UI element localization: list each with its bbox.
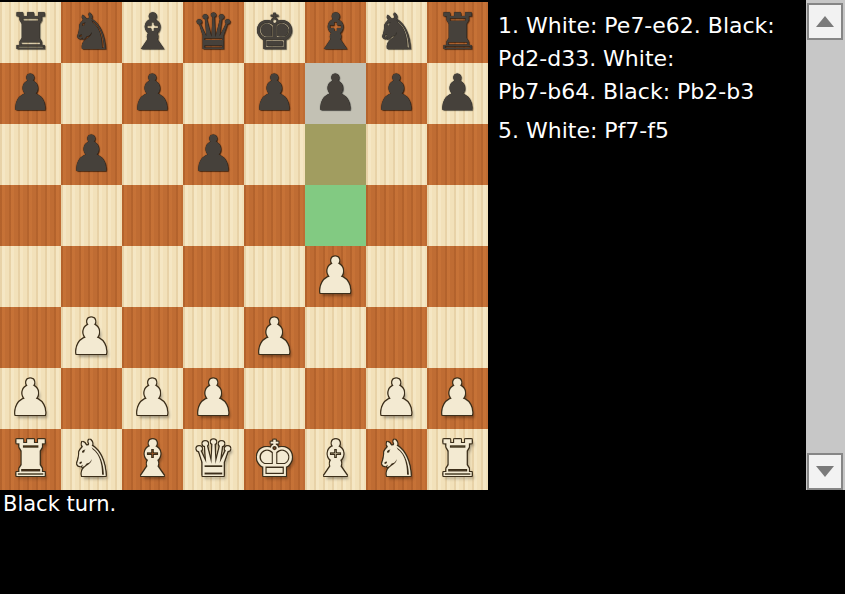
white-rook: ♜ <box>8 429 53 490</box>
white-pawn: ♟ <box>191 368 236 429</box>
square-b2[interactable] <box>61 368 122 429</box>
square-e2[interactable] <box>244 368 305 429</box>
square-b7[interactable] <box>61 63 122 124</box>
black-pawn: ♟ <box>69 124 114 185</box>
square-b8[interactable]: ♞ <box>61 2 122 63</box>
white-pawn: ♟ <box>435 368 480 429</box>
square-f4[interactable]: ♟ <box>305 246 366 307</box>
square-g1[interactable]: ♞ <box>366 429 427 490</box>
status-text: Black turn. <box>3 491 116 518</box>
square-h8[interactable]: ♜ <box>427 2 488 63</box>
square-a3[interactable] <box>0 307 61 368</box>
square-a5[interactable] <box>0 185 61 246</box>
black-queen: ♛ <box>191 2 236 63</box>
square-h1[interactable]: ♜ <box>427 429 488 490</box>
square-h4[interactable] <box>427 246 488 307</box>
black-king: ♚ <box>252 2 297 63</box>
black-knight: ♞ <box>374 2 419 63</box>
square-b3[interactable]: ♟ <box>61 307 122 368</box>
move-log-line-1: 1. White: Pe7-e62. Black: <box>498 9 803 42</box>
square-e6[interactable] <box>244 124 305 185</box>
square-h7[interactable]: ♟ <box>427 63 488 124</box>
square-d6[interactable]: ♟ <box>183 124 244 185</box>
black-pawn: ♟ <box>374 63 419 124</box>
square-e8[interactable]: ♚ <box>244 2 305 63</box>
square-d4[interactable] <box>183 246 244 307</box>
square-c7[interactable]: ♟ <box>122 63 183 124</box>
square-h3[interactable] <box>427 307 488 368</box>
white-king: ♚ <box>252 429 297 490</box>
white-pawn: ♟ <box>313 246 358 307</box>
square-e5[interactable] <box>244 185 305 246</box>
square-h6[interactable] <box>427 124 488 185</box>
square-a6[interactable] <box>0 124 61 185</box>
move-log-line-2: Pd2-d33. White: <box>498 42 803 75</box>
square-c6[interactable] <box>122 124 183 185</box>
square-d1[interactable]: ♛ <box>183 429 244 490</box>
black-pawn: ♟ <box>191 124 236 185</box>
white-knight: ♞ <box>374 429 419 490</box>
square-d3[interactable] <box>183 307 244 368</box>
white-pawn: ♟ <box>130 368 175 429</box>
black-rook: ♜ <box>435 2 480 63</box>
move-log-scrollbar[interactable] <box>806 0 845 490</box>
square-c2[interactable]: ♟ <box>122 368 183 429</box>
square-c3[interactable] <box>122 307 183 368</box>
white-pawn: ♟ <box>8 368 53 429</box>
move-log-current-move: 5. White: Pf7-f5 <box>498 114 803 147</box>
square-d8[interactable]: ♛ <box>183 2 244 63</box>
square-a1[interactable]: ♜ <box>0 429 61 490</box>
black-pawn: ♟ <box>8 63 53 124</box>
white-pawn: ♟ <box>252 307 297 368</box>
square-h5[interactable] <box>427 185 488 246</box>
square-f1[interactable]: ♝ <box>305 429 366 490</box>
square-g5[interactable] <box>366 185 427 246</box>
black-pawn: ♟ <box>130 63 175 124</box>
white-rook: ♜ <box>435 429 480 490</box>
square-c8[interactable]: ♝ <box>122 2 183 63</box>
square-c1[interactable]: ♝ <box>122 429 183 490</box>
square-a7[interactable]: ♟ <box>0 63 61 124</box>
black-pawn: ♟ <box>313 63 358 124</box>
scroll-up-button[interactable] <box>807 3 843 40</box>
black-pawn: ♟ <box>252 63 297 124</box>
square-g2[interactable]: ♟ <box>366 368 427 429</box>
square-d7[interactable] <box>183 63 244 124</box>
square-f5[interactable] <box>305 185 366 246</box>
square-b1[interactable]: ♞ <box>61 429 122 490</box>
square-g6[interactable] <box>366 124 427 185</box>
app-window: ♜♞♝♛♚♝♞♜♟♟♟♟♟♟♟♟♟♟♟♟♟♟♟♟♜♞♝♛♚♝♞♜ 1. Whit… <box>0 0 845 594</box>
square-e1[interactable]: ♚ <box>244 429 305 490</box>
square-f3[interactable] <box>305 307 366 368</box>
white-pawn: ♟ <box>374 368 419 429</box>
square-c5[interactable] <box>122 185 183 246</box>
square-f8[interactable]: ♝ <box>305 2 366 63</box>
square-e3[interactable]: ♟ <box>244 307 305 368</box>
black-rook: ♜ <box>8 2 53 63</box>
square-a8[interactable]: ♜ <box>0 2 61 63</box>
square-g7[interactable]: ♟ <box>366 63 427 124</box>
square-f2[interactable] <box>305 368 366 429</box>
white-knight: ♞ <box>69 429 114 490</box>
square-b4[interactable] <box>61 246 122 307</box>
square-f6[interactable] <box>305 124 366 185</box>
move-log-history: 1. White: Pe7-e62. Black: Pd2-d33. White… <box>498 9 803 108</box>
square-g4[interactable] <box>366 246 427 307</box>
square-f7[interactable]: ♟ <box>305 63 366 124</box>
square-g8[interactable]: ♞ <box>366 2 427 63</box>
black-knight: ♞ <box>69 2 114 63</box>
scroll-down-button[interactable] <box>807 453 843 490</box>
square-h2[interactable]: ♟ <box>427 368 488 429</box>
square-c4[interactable] <box>122 246 183 307</box>
up-arrow-icon <box>816 16 834 27</box>
white-queen: ♛ <box>191 429 236 490</box>
square-g3[interactable] <box>366 307 427 368</box>
white-bishop: ♝ <box>313 429 358 490</box>
move-log: 1. White: Pe7-e62. Black: Pd2-d33. White… <box>498 9 803 147</box>
square-b6[interactable]: ♟ <box>61 124 122 185</box>
move-log-line-3: Pb7-b64. Black: Pb2-b3 <box>498 75 803 108</box>
square-d5[interactable] <box>183 185 244 246</box>
black-bishop: ♝ <box>313 2 358 63</box>
square-a2[interactable]: ♟ <box>0 368 61 429</box>
square-a4[interactable] <box>0 246 61 307</box>
square-b5[interactable] <box>61 185 122 246</box>
white-bishop: ♝ <box>130 429 175 490</box>
black-bishop: ♝ <box>130 2 175 63</box>
square-e7[interactable]: ♟ <box>244 63 305 124</box>
square-d2[interactable]: ♟ <box>183 368 244 429</box>
black-pawn: ♟ <box>435 63 480 124</box>
white-pawn: ♟ <box>69 307 114 368</box>
chess-board: ♜♞♝♛♚♝♞♜♟♟♟♟♟♟♟♟♟♟♟♟♟♟♟♟♜♞♝♛♚♝♞♜ <box>0 2 488 490</box>
square-e4[interactable] <box>244 246 305 307</box>
down-arrow-icon <box>816 466 834 477</box>
